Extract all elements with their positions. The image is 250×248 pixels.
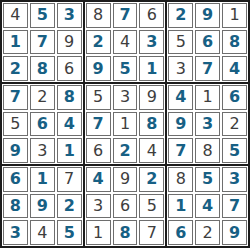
sudoku-cell-r2c5[interactable]: 4: [113, 30, 138, 55]
sudoku-cell-r8c2[interactable]: 9: [30, 194, 55, 219]
sudoku-cell-r1c7[interactable]: 2: [168, 3, 193, 28]
sudoku-cell-r1c8[interactable]: 9: [195, 3, 220, 28]
sudoku-cell-r7c7[interactable]: 8: [168, 167, 193, 192]
sudoku-box: 453179286: [2, 2, 83, 82]
sudoku-cell-r4c9[interactable]: 6: [222, 85, 247, 110]
sudoku-box: 728564931: [2, 84, 83, 164]
sudoku-cell-r5c4[interactable]: 7: [86, 112, 111, 137]
sudoku-cell-r4c2[interactable]: 2: [30, 85, 55, 110]
sudoku-cell-r6c6[interactable]: 4: [139, 138, 164, 163]
sudoku-cell-r4c6[interactable]: 9: [139, 85, 164, 110]
sudoku-cell-r4c4[interactable]: 5: [86, 85, 111, 110]
sudoku-cell-r8c5[interactable]: 6: [113, 194, 138, 219]
sudoku-cell-r8c6[interactable]: 5: [139, 194, 164, 219]
sudoku-cell-r3c8[interactable]: 7: [195, 56, 220, 81]
sudoku-cell-r3c1[interactable]: 2: [3, 56, 28, 81]
sudoku-cell-r9c3[interactable]: 5: [57, 220, 82, 245]
sudoku-cell-r3c7[interactable]: 3: [168, 56, 193, 81]
sudoku-cell-r4c8[interactable]: 1: [195, 85, 220, 110]
sudoku-cell-r6c2[interactable]: 3: [30, 138, 55, 163]
sudoku-cell-r1c6[interactable]: 6: [139, 3, 164, 28]
sudoku-cell-r9c8[interactable]: 2: [195, 220, 220, 245]
sudoku-cell-r5c3[interactable]: 4: [57, 112, 82, 137]
sudoku-cell-r3c9[interactable]: 4: [222, 56, 247, 81]
sudoku-cell-r1c3[interactable]: 3: [57, 3, 82, 28]
sudoku-cell-r7c8[interactable]: 5: [195, 167, 220, 192]
sudoku-cell-r9c6[interactable]: 7: [139, 220, 164, 245]
sudoku-cell-r6c8[interactable]: 8: [195, 138, 220, 163]
sudoku-cell-r7c5[interactable]: 9: [113, 167, 138, 192]
sudoku-cell-r2c7[interactable]: 5: [168, 30, 193, 55]
sudoku-cell-r7c2[interactable]: 1: [30, 167, 55, 192]
sudoku-cell-r2c2[interactable]: 7: [30, 30, 55, 55]
sudoku-cell-r9c2[interactable]: 4: [30, 220, 55, 245]
sudoku-cell-r3c5[interactable]: 5: [113, 56, 138, 81]
sudoku-cell-r5c5[interactable]: 1: [113, 112, 138, 137]
sudoku-cell-r6c7[interactable]: 7: [168, 138, 193, 163]
sudoku-board: 4531792868762439512915683747285649315397…: [0, 0, 250, 248]
sudoku-box: 853147629: [167, 166, 248, 246]
sudoku-cell-r8c4[interactable]: 3: [86, 194, 111, 219]
sudoku-cell-r2c6[interactable]: 3: [139, 30, 164, 55]
sudoku-cell-r7c3[interactable]: 7: [57, 167, 82, 192]
sudoku-cell-r4c1[interactable]: 7: [3, 85, 28, 110]
sudoku-cell-r6c9[interactable]: 5: [222, 138, 247, 163]
sudoku-cell-r1c5[interactable]: 7: [113, 3, 138, 28]
sudoku-cell-r9c9[interactable]: 9: [222, 220, 247, 245]
sudoku-cell-r8c7[interactable]: 1: [168, 194, 193, 219]
sudoku-cell-r3c3[interactable]: 6: [57, 56, 82, 81]
sudoku-cell-r7c1[interactable]: 6: [3, 167, 28, 192]
sudoku-cell-r5c1[interactable]: 5: [3, 112, 28, 137]
sudoku-cell-r3c2[interactable]: 8: [30, 56, 55, 81]
sudoku-cell-r9c5[interactable]: 8: [113, 220, 138, 245]
sudoku-cell-r9c1[interactable]: 3: [3, 220, 28, 245]
sudoku-cell-r5c7[interactable]: 9: [168, 112, 193, 137]
sudoku-box: 539718624: [85, 84, 166, 164]
sudoku-cell-r5c9[interactable]: 2: [222, 112, 247, 137]
sudoku-cell-r1c9[interactable]: 1: [222, 3, 247, 28]
sudoku-cell-r9c4[interactable]: 1: [86, 220, 111, 245]
sudoku-cell-r6c4[interactable]: 6: [86, 138, 111, 163]
sudoku-cell-r7c4[interactable]: 4: [86, 167, 111, 192]
sudoku-cell-r8c8[interactable]: 4: [195, 194, 220, 219]
sudoku-cell-r3c4[interactable]: 9: [86, 56, 111, 81]
sudoku-cell-r2c8[interactable]: 6: [195, 30, 220, 55]
sudoku-cell-r8c9[interactable]: 7: [222, 194, 247, 219]
sudoku-cell-r2c4[interactable]: 2: [86, 30, 111, 55]
sudoku-box: 291568374: [167, 2, 248, 82]
sudoku-cell-r4c5[interactable]: 3: [113, 85, 138, 110]
sudoku-cell-r5c2[interactable]: 6: [30, 112, 55, 137]
sudoku-cell-r7c9[interactable]: 3: [222, 167, 247, 192]
sudoku-box: 416932785: [167, 84, 248, 164]
sudoku-box: 876243951: [85, 2, 166, 82]
sudoku-box: 492365187: [85, 166, 166, 246]
sudoku-cell-r4c3[interactable]: 8: [57, 85, 82, 110]
sudoku-cell-r2c3[interactable]: 9: [57, 30, 82, 55]
sudoku-cell-r6c3[interactable]: 1: [57, 138, 82, 163]
sudoku-cell-r5c8[interactable]: 3: [195, 112, 220, 137]
sudoku-cell-r8c1[interactable]: 8: [3, 194, 28, 219]
sudoku-cell-r2c1[interactable]: 1: [3, 30, 28, 55]
sudoku-cell-r1c2[interactable]: 5: [30, 3, 55, 28]
sudoku-box: 617892345: [2, 166, 83, 246]
sudoku-cell-r1c4[interactable]: 8: [86, 3, 111, 28]
sudoku-cell-r1c1[interactable]: 4: [3, 3, 28, 28]
sudoku-cell-r8c3[interactable]: 2: [57, 194, 82, 219]
sudoku-cell-r5c6[interactable]: 8: [139, 112, 164, 137]
sudoku-cell-r6c5[interactable]: 2: [113, 138, 138, 163]
sudoku-cell-r6c1[interactable]: 9: [3, 138, 28, 163]
sudoku-cell-r9c7[interactable]: 6: [168, 220, 193, 245]
sudoku-cell-r4c7[interactable]: 4: [168, 85, 193, 110]
sudoku-cell-r3c6[interactable]: 1: [139, 56, 164, 81]
sudoku-cell-r2c9[interactable]: 8: [222, 30, 247, 55]
sudoku-cell-r7c6[interactable]: 2: [139, 167, 164, 192]
